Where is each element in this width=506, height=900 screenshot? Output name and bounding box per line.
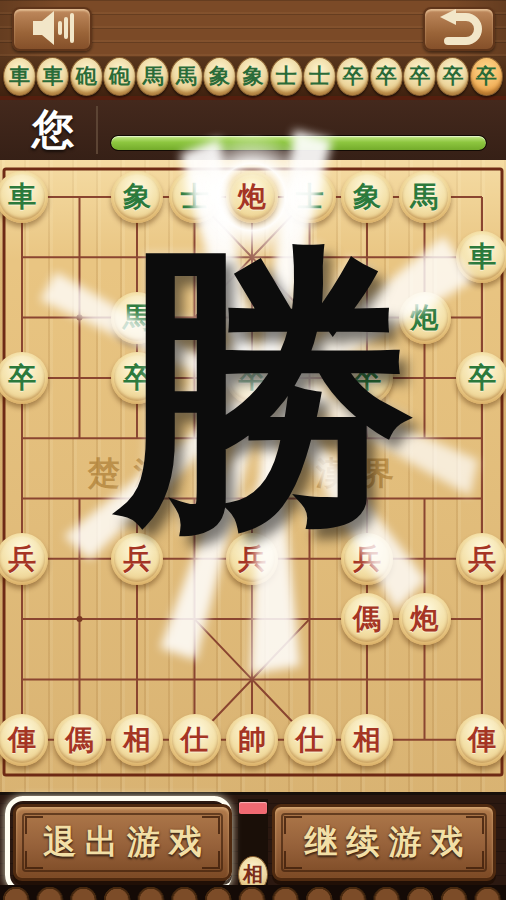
red-piece[interactable]: 兵 bbox=[111, 533, 163, 585]
piece-label: 俥 bbox=[456, 714, 506, 766]
piece-label: 卒 bbox=[226, 352, 278, 404]
tray-piece: 砲 bbox=[70, 57, 103, 96]
piece-label: 仕 bbox=[284, 714, 336, 766]
corner-ornament bbox=[25, 851, 43, 869]
pieces-layer: 車象士炮士象馬車馬炮卒卒卒卒卒兵兵兵兵兵傌炮俥傌相仕帥仕相俥 bbox=[0, 167, 506, 770]
mini-piece-label: 相 bbox=[243, 861, 263, 888]
player-row: 您 bbox=[0, 100, 506, 160]
red-piece[interactable]: 仕 bbox=[169, 714, 221, 766]
tray-piece: 卒 bbox=[403, 57, 436, 96]
black-piece[interactable]: 象 bbox=[111, 171, 163, 223]
tray-piece: 馬 bbox=[136, 57, 169, 96]
red-piece[interactable]: 炮 bbox=[226, 171, 278, 223]
piece-label: 卒 bbox=[341, 352, 393, 404]
sound-button[interactable] bbox=[12, 7, 92, 51]
tray-piece: 卒 bbox=[470, 57, 503, 96]
black-piece[interactable]: 卒 bbox=[226, 352, 278, 404]
piece-label: 相 bbox=[341, 714, 393, 766]
red-piece[interactable]: 相 bbox=[341, 714, 393, 766]
piece-label: 卒 bbox=[0, 352, 48, 404]
tray-piece: 砲 bbox=[103, 57, 136, 96]
speaker-icon bbox=[29, 8, 75, 51]
black-piece[interactable]: 士 bbox=[284, 171, 336, 223]
tray-piece: 車 bbox=[36, 57, 69, 96]
piece-label: 士 bbox=[169, 171, 221, 223]
footer-panel: 相 退出游戏 继续游戏 bbox=[0, 792, 506, 900]
red-piece[interactable]: 傌 bbox=[341, 593, 393, 645]
piece-label: 相 bbox=[111, 714, 163, 766]
tray-piece: 士 bbox=[303, 57, 336, 96]
tray-piece: 馬 bbox=[170, 57, 203, 96]
piece-label: 傌 bbox=[341, 593, 393, 645]
red-piece[interactable]: 兵 bbox=[456, 533, 506, 585]
piece-label: 卒 bbox=[111, 352, 163, 404]
panel-divider bbox=[96, 106, 98, 154]
piece-label: 兵 bbox=[456, 533, 506, 585]
piece-label: 兵 bbox=[0, 533, 48, 585]
piece-label: 車 bbox=[0, 171, 48, 223]
header-bar bbox=[0, 0, 506, 57]
tray-piece: 象 bbox=[236, 57, 269, 96]
red-piece[interactable]: 兵 bbox=[0, 533, 48, 585]
tray-piece: 象 bbox=[203, 57, 236, 96]
piece-label: 象 bbox=[111, 171, 163, 223]
player-progress-fill bbox=[111, 136, 486, 150]
red-piece[interactable]: 兵 bbox=[341, 533, 393, 585]
continue-game-label: 继续游戏 bbox=[296, 820, 473, 865]
continue-game-button[interactable]: 继续游戏 bbox=[272, 804, 496, 881]
return-arrow-icon bbox=[436, 8, 482, 51]
black-piece[interactable]: 士 bbox=[169, 171, 221, 223]
piece-label: 炮 bbox=[399, 593, 451, 645]
piece-label: 馬 bbox=[399, 171, 451, 223]
black-piece[interactable]: 卒 bbox=[111, 352, 163, 404]
corner-ornament bbox=[466, 816, 484, 834]
tray-piece: 卒 bbox=[370, 57, 403, 96]
piece-label: 仕 bbox=[169, 714, 221, 766]
piece-label: 士 bbox=[284, 171, 336, 223]
corner-ornament bbox=[202, 816, 220, 834]
corner-ornament bbox=[284, 851, 302, 869]
black-piece[interactable]: 象 bbox=[341, 171, 393, 223]
opponent-strip: 相 bbox=[238, 799, 268, 893]
red-piece[interactable]: 兵 bbox=[226, 533, 278, 585]
piece-label: 兵 bbox=[226, 533, 278, 585]
piece-label: 炮 bbox=[399, 292, 451, 344]
black-piece[interactable]: 炮 bbox=[399, 292, 451, 344]
piece-label: 馬 bbox=[111, 292, 163, 344]
black-piece[interactable]: 卒 bbox=[0, 352, 48, 404]
black-piece[interactable]: 車 bbox=[0, 171, 48, 223]
red-piece[interactable]: 俥 bbox=[0, 714, 48, 766]
footer-scallops bbox=[0, 885, 506, 900]
black-piece[interactable]: 馬 bbox=[111, 292, 163, 344]
back-button[interactable] bbox=[423, 7, 495, 51]
piece-label: 俥 bbox=[0, 714, 48, 766]
red-piece[interactable]: 相 bbox=[111, 714, 163, 766]
red-piece[interactable]: 炮 bbox=[399, 593, 451, 645]
corner-ornament bbox=[202, 851, 220, 869]
exit-game-button[interactable]: 退出游戏 bbox=[13, 804, 232, 881]
black-piece[interactable]: 卒 bbox=[456, 352, 506, 404]
tray-piece: 卒 bbox=[436, 57, 469, 96]
xiangqi-app: 車車砲砲馬馬象象士士卒卒卒卒卒 您 楚河 漢界 車象士炮士象 bbox=[0, 0, 506, 900]
corner-ornament bbox=[466, 851, 484, 869]
piece-label: 兵 bbox=[111, 533, 163, 585]
tray-piece: 車 bbox=[3, 57, 36, 96]
red-piece[interactable]: 帥 bbox=[226, 714, 278, 766]
tray-piece: 卒 bbox=[336, 57, 369, 96]
exit-game-label: 退出游戏 bbox=[34, 820, 211, 865]
xiangqi-board[interactable]: 楚河 漢界 車象士炮士象馬車馬炮卒卒卒卒卒兵兵兵兵兵傌炮俥傌相仕帥仕相俥 勝 bbox=[0, 160, 506, 792]
piece-label: 炮 bbox=[226, 171, 278, 223]
opponent-progress-bar bbox=[239, 802, 267, 814]
black-piece[interactable]: 卒 bbox=[341, 352, 393, 404]
corner-ornament bbox=[25, 816, 43, 834]
red-piece[interactable]: 俥 bbox=[456, 714, 506, 766]
player-label: 您 bbox=[32, 102, 74, 158]
captured-tray: 車車砲砲馬馬象象士士卒卒卒卒卒 bbox=[0, 57, 506, 100]
red-piece[interactable]: 傌 bbox=[54, 714, 106, 766]
black-piece[interactable]: 車 bbox=[456, 231, 506, 283]
piece-label: 傌 bbox=[54, 714, 106, 766]
tray-piece: 士 bbox=[270, 57, 303, 96]
red-piece[interactable]: 仕 bbox=[284, 714, 336, 766]
piece-label: 卒 bbox=[456, 352, 506, 404]
corner-ornament bbox=[284, 816, 302, 834]
piece-label: 車 bbox=[456, 231, 506, 283]
player-progress-track bbox=[110, 135, 487, 151]
piece-label: 帥 bbox=[226, 714, 278, 766]
black-piece[interactable]: 馬 bbox=[399, 171, 451, 223]
piece-label: 兵 bbox=[341, 533, 393, 585]
piece-label: 象 bbox=[341, 171, 393, 223]
